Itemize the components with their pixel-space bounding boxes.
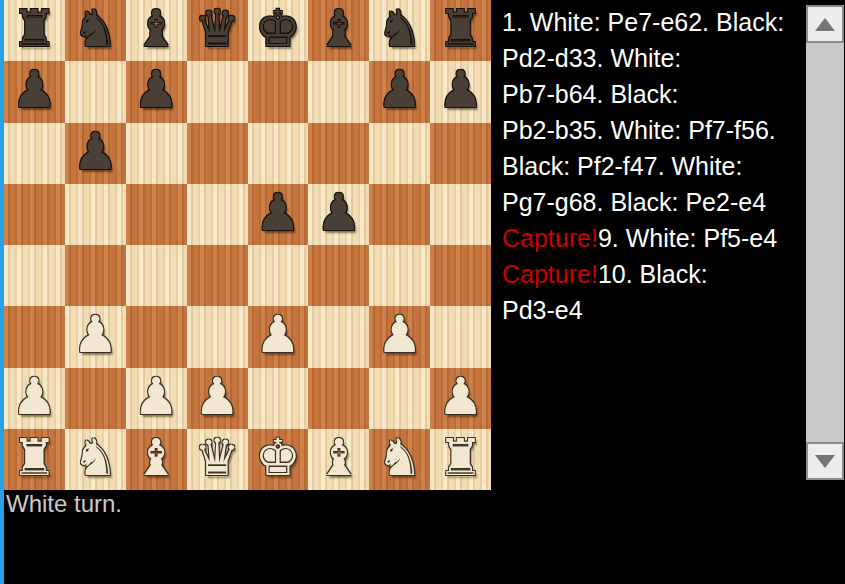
square-e3[interactable]: ♟ [248, 306, 309, 367]
square-f8[interactable]: ♝ [308, 0, 369, 61]
square-g6[interactable] [369, 123, 430, 184]
piece-white-knight[interactable]: ♞ [72, 432, 118, 483]
move-log-line: Pb7-b64. Black: [502, 76, 804, 112]
square-f2[interactable] [308, 368, 369, 429]
move-log-line: Pd3-e4 [502, 292, 804, 328]
square-c5[interactable] [126, 184, 187, 245]
move-log-line: Pb2-b35. White: Pf7-f56. [502, 112, 804, 148]
square-c1[interactable]: ♝ [126, 429, 187, 490]
move-text-segment: Pb2-b35. White: Pf7-f56. [502, 116, 776, 144]
square-b1[interactable]: ♞ [65, 429, 126, 490]
square-b2[interactable] [65, 368, 126, 429]
square-b6[interactable]: ♟ [65, 123, 126, 184]
move-text-segment: 9. White: Pf5-e4 [598, 224, 777, 252]
piece-white-rook[interactable]: ♜ [438, 432, 484, 483]
square-g1[interactable]: ♞ [369, 429, 430, 490]
square-b4[interactable] [65, 245, 126, 306]
chess-app-window: ♜♞♝♛♚♝♞♜♟♟♟♟♟♟♟♟♟♟♟♟♟♟♜♞♝♛♚♝♞♜ 1. White:… [0, 0, 845, 584]
piece-black-queen[interactable]: ♛ [194, 3, 240, 54]
piece-white-king[interactable]: ♚ [255, 432, 301, 483]
move-log-panel: 1. White: Pe7-e62. Black:Pd2-d33. White:… [502, 4, 804, 328]
move-text-segment: Pd3-e4 [502, 296, 583, 324]
square-e6[interactable] [248, 123, 309, 184]
move-log-line: Pd2-d33. White: [502, 40, 804, 76]
capture-label: Capture! [502, 260, 598, 288]
piece-black-pawn[interactable]: ♟ [377, 64, 423, 115]
square-e4[interactable] [248, 245, 309, 306]
move-log-line: 1. White: Pe7-e62. Black: [502, 4, 804, 40]
piece-black-pawn[interactable]: ♟ [12, 64, 58, 115]
piece-black-bishop[interactable]: ♝ [316, 3, 362, 54]
square-f7[interactable] [308, 61, 369, 122]
square-b5[interactable] [65, 184, 126, 245]
square-b7[interactable] [65, 61, 126, 122]
move-log-scrollbar[interactable] [806, 5, 844, 480]
square-d4[interactable] [187, 245, 248, 306]
square-a2[interactable]: ♟ [4, 368, 65, 429]
chess-board[interactable]: ♜♞♝♛♚♝♞♜♟♟♟♟♟♟♟♟♟♟♟♟♟♟♜♞♝♛♚♝♞♜ [4, 0, 491, 490]
scroll-down-button[interactable] [806, 442, 844, 480]
piece-black-bishop[interactable]: ♝ [133, 3, 179, 54]
piece-black-pawn[interactable]: ♟ [438, 64, 484, 115]
square-d5[interactable] [187, 184, 248, 245]
square-c2[interactable]: ♟ [126, 368, 187, 429]
square-h4[interactable] [430, 245, 491, 306]
move-log-line: Capture!9. White: Pf5-e4 [502, 220, 804, 256]
square-d3[interactable] [187, 306, 248, 367]
piece-black-pawn[interactable]: ♟ [255, 187, 301, 238]
piece-white-pawn[interactable]: ♟ [133, 371, 179, 422]
piece-black-knight[interactable]: ♞ [72, 3, 118, 54]
square-c3[interactable] [126, 306, 187, 367]
move-text-segment: Black: Pf2-f47. White: [502, 152, 742, 180]
square-h5[interactable] [430, 184, 491, 245]
square-e5[interactable]: ♟ [248, 184, 309, 245]
move-text-segment: 10. Black: [598, 260, 708, 288]
scroll-down-icon [815, 455, 835, 468]
square-a1[interactable]: ♜ [4, 429, 65, 490]
piece-white-pawn[interactable]: ♟ [12, 371, 58, 422]
square-b3[interactable]: ♟ [65, 306, 126, 367]
square-a7[interactable]: ♟ [4, 61, 65, 122]
square-c4[interactable] [126, 245, 187, 306]
square-c7[interactable]: ♟ [126, 61, 187, 122]
piece-black-king[interactable]: ♚ [255, 3, 301, 54]
piece-black-knight[interactable]: ♞ [377, 3, 423, 54]
move-text-segment: Pd2-d33. White: [502, 44, 681, 72]
square-f4[interactable] [308, 245, 369, 306]
square-d1[interactable]: ♛ [187, 429, 248, 490]
square-c6[interactable] [126, 123, 187, 184]
piece-white-pawn[interactable]: ♟ [72, 309, 118, 360]
square-a4[interactable] [4, 245, 65, 306]
square-a8[interactable]: ♜ [4, 0, 65, 61]
square-c8[interactable]: ♝ [126, 0, 187, 61]
square-h7[interactable]: ♟ [430, 61, 491, 122]
piece-white-pawn[interactable]: ♟ [255, 309, 301, 360]
square-a5[interactable] [4, 184, 65, 245]
move-text-segment: 1. White: Pe7-e62. Black: [502, 8, 784, 36]
piece-black-rook[interactable]: ♜ [438, 3, 484, 54]
square-h8[interactable]: ♜ [430, 0, 491, 61]
square-d6[interactable] [187, 123, 248, 184]
square-e7[interactable] [248, 61, 309, 122]
square-g2[interactable] [369, 368, 430, 429]
move-log-line: Pg7-g68. Black: Pe2-e4 [502, 184, 804, 220]
piece-black-pawn[interactable]: ♟ [133, 64, 179, 115]
square-h1[interactable]: ♜ [430, 429, 491, 490]
move-text-segment: Pg7-g68. Black: Pe2-e4 [502, 188, 766, 216]
scroll-up-button[interactable] [806, 5, 844, 43]
move-text-segment: Pb7-b64. Black: [502, 80, 679, 108]
piece-white-rook[interactable]: ♜ [12, 432, 58, 483]
square-h3[interactable] [430, 306, 491, 367]
piece-black-pawn[interactable]: ♟ [72, 126, 118, 177]
square-h2[interactable]: ♟ [430, 368, 491, 429]
capture-label: Capture! [502, 224, 598, 252]
move-log-line: Capture!10. Black: [502, 256, 804, 292]
square-d7[interactable] [187, 61, 248, 122]
move-log-line: Black: Pf2-f47. White: [502, 148, 804, 184]
square-e1[interactable]: ♚ [248, 429, 309, 490]
square-d8[interactable]: ♛ [187, 0, 248, 61]
scroll-up-icon [815, 18, 835, 31]
square-b8[interactable]: ♞ [65, 0, 126, 61]
piece-black-rook[interactable]: ♜ [12, 3, 58, 54]
square-h6[interactable] [430, 123, 491, 184]
piece-black-pawn[interactable]: ♟ [316, 187, 362, 238]
scrollbar-track[interactable] [806, 43, 844, 442]
piece-white-pawn[interactable]: ♟ [194, 371, 240, 422]
turn-status-text: White turn. [6, 486, 486, 522]
square-f5[interactable]: ♟ [308, 184, 369, 245]
piece-white-pawn[interactable]: ♟ [438, 371, 484, 422]
square-g4[interactable] [369, 245, 430, 306]
piece-white-bishop[interactable]: ♝ [133, 432, 179, 483]
square-f6[interactable] [308, 123, 369, 184]
square-g3[interactable]: ♟ [369, 306, 430, 367]
piece-white-knight[interactable]: ♞ [377, 432, 423, 483]
square-a3[interactable] [4, 306, 65, 367]
square-f3[interactable] [308, 306, 369, 367]
piece-white-queen[interactable]: ♛ [194, 432, 240, 483]
piece-white-pawn[interactable]: ♟ [377, 309, 423, 360]
square-e2[interactable] [248, 368, 309, 429]
square-e8[interactable]: ♚ [248, 0, 309, 61]
square-f1[interactable]: ♝ [308, 429, 369, 490]
square-g8[interactable]: ♞ [369, 0, 430, 61]
square-a6[interactable] [4, 123, 65, 184]
piece-white-bishop[interactable]: ♝ [316, 432, 362, 483]
square-d2[interactable]: ♟ [187, 368, 248, 429]
square-g5[interactable] [369, 184, 430, 245]
square-g7[interactable]: ♟ [369, 61, 430, 122]
